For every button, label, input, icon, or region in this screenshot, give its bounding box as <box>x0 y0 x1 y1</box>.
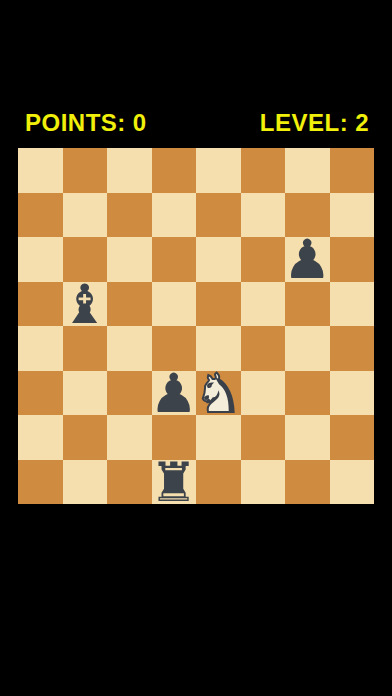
square-b5[interactable]: ♝ <box>63 282 108 327</box>
square-d8[interactable] <box>152 148 197 193</box>
square-d7[interactable] <box>152 193 197 238</box>
square-e7[interactable] <box>196 193 241 238</box>
square-c7[interactable] <box>107 193 152 238</box>
square-a1[interactable] <box>18 460 63 505</box>
square-c8[interactable] <box>107 148 152 193</box>
square-f1[interactable] <box>241 460 286 505</box>
square-e3[interactable]: ♞ <box>196 371 241 416</box>
square-g8[interactable] <box>285 148 330 193</box>
square-e8[interactable] <box>196 148 241 193</box>
square-h6[interactable] <box>330 237 375 282</box>
square-d1[interactable]: ♜ <box>152 460 197 505</box>
square-h4[interactable] <box>330 326 375 371</box>
level-label: LEVEL: <box>260 110 348 136</box>
square-f6[interactable] <box>241 237 286 282</box>
points-value: 0 <box>133 110 147 136</box>
square-a6[interactable] <box>18 237 63 282</box>
piece-black-pawn[interactable]: ♟ <box>283 238 331 283</box>
square-g4[interactable] <box>285 326 330 371</box>
level-display: LEVEL: 2 <box>260 110 369 136</box>
square-f3[interactable] <box>241 371 286 416</box>
square-f2[interactable] <box>241 415 286 460</box>
square-g6[interactable]: ♟ <box>285 237 330 282</box>
square-d5[interactable] <box>152 282 197 327</box>
square-d6[interactable] <box>152 237 197 282</box>
square-c4[interactable] <box>107 326 152 371</box>
points-label: POINTS: <box>25 110 126 136</box>
game-screen: POINTS: 0 LEVEL: 2 ♟♝♟♞♜ <box>0 0 392 696</box>
square-h8[interactable] <box>330 148 375 193</box>
square-f8[interactable] <box>241 148 286 193</box>
square-c1[interactable] <box>107 460 152 505</box>
square-h3[interactable] <box>330 371 375 416</box>
piece-white-knight[interactable]: ♞ <box>194 372 242 417</box>
square-c2[interactable] <box>107 415 152 460</box>
square-b7[interactable] <box>63 193 108 238</box>
square-f4[interactable] <box>241 326 286 371</box>
hud: POINTS: 0 LEVEL: 2 <box>25 110 369 136</box>
square-b3[interactable] <box>63 371 108 416</box>
chess-board: ♟♝♟♞♜ <box>18 148 374 504</box>
square-g1[interactable] <box>285 460 330 505</box>
square-a2[interactable] <box>18 415 63 460</box>
piece-black-pawn[interactable]: ♟ <box>150 372 198 417</box>
square-a5[interactable] <box>18 282 63 327</box>
square-a7[interactable] <box>18 193 63 238</box>
square-b2[interactable] <box>63 415 108 460</box>
square-g2[interactable] <box>285 415 330 460</box>
square-b1[interactable] <box>63 460 108 505</box>
square-a4[interactable] <box>18 326 63 371</box>
piece-black-bishop[interactable]: ♝ <box>61 283 109 328</box>
square-e5[interactable] <box>196 282 241 327</box>
square-f5[interactable] <box>241 282 286 327</box>
square-g3[interactable] <box>285 371 330 416</box>
square-e1[interactable] <box>196 460 241 505</box>
square-b8[interactable] <box>63 148 108 193</box>
square-h1[interactable] <box>330 460 375 505</box>
points-display: POINTS: 0 <box>25 110 147 136</box>
square-h5[interactable] <box>330 282 375 327</box>
square-d3[interactable]: ♟ <box>152 371 197 416</box>
square-h2[interactable] <box>330 415 375 460</box>
square-c5[interactable] <box>107 282 152 327</box>
square-a3[interactable] <box>18 371 63 416</box>
piece-black-rook[interactable]: ♜ <box>150 461 198 506</box>
square-a8[interactable] <box>18 148 63 193</box>
square-f7[interactable] <box>241 193 286 238</box>
square-e6[interactable] <box>196 237 241 282</box>
square-c3[interactable] <box>107 371 152 416</box>
level-value: 2 <box>355 110 369 136</box>
square-c6[interactable] <box>107 237 152 282</box>
square-h7[interactable] <box>330 193 375 238</box>
